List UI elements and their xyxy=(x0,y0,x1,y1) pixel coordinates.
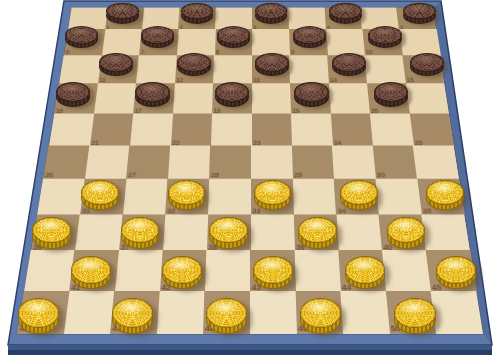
black-man-square-12[interactable]: ⛂ xyxy=(177,53,211,77)
white-man-face: ⛀ xyxy=(254,180,292,205)
black-man-square-20[interactable]: ⛂ xyxy=(374,82,409,107)
black-man-square-8[interactable]: ⛂ xyxy=(217,26,250,49)
white-man-face: ⛀ xyxy=(112,298,153,328)
white-man-square-43[interactable]: ⛀ xyxy=(253,256,293,290)
black-man-square-19[interactable]: ⛂ xyxy=(294,82,329,107)
black-man-square-1[interactable]: ⛂ xyxy=(106,3,139,25)
white-man-square-41[interactable]: ⛀ xyxy=(71,256,111,290)
white-man-square-38[interactable]: ⛀ xyxy=(209,217,248,249)
black-man-face: ⛂ xyxy=(65,26,98,44)
white-man-square-48[interactable]: ⛀ xyxy=(206,298,247,334)
white-man-face: ⛀ xyxy=(168,180,206,205)
white-man-face: ⛀ xyxy=(436,256,476,284)
black-man-square-9[interactable]: ⛂ xyxy=(293,26,326,49)
black-man-face: ⛂ xyxy=(329,3,362,20)
white-man-square-34[interactable]: ⛀ xyxy=(340,180,378,210)
black-man-face: ⛂ xyxy=(293,26,326,44)
black-man-square-18[interactable]: ⛂ xyxy=(215,82,250,107)
black-man-square-3[interactable]: ⛂ xyxy=(255,3,288,25)
black-man-square-14[interactable]: ⛂ xyxy=(332,53,366,77)
black-man-square-10[interactable]: ⛂ xyxy=(368,26,401,49)
black-man-square-13[interactable]: ⛂ xyxy=(255,53,289,77)
white-man-face: ⛀ xyxy=(340,180,378,205)
pieces-layer: ⛂⛂⛂⛂⛂⛂⛂⛂⛂⛂⛂⛂⛂⛂⛂⛂⛂⛂⛂⛂⛀⛀⛀⛀⛀⛀⛀⛀⛀⛀⛀⛀⛀⛀⛀⛀⛀⛀⛀⛀ xyxy=(0,0,500,355)
white-man-square-45[interactable]: ⛀ xyxy=(436,256,476,290)
black-man-square-7[interactable]: ⛂ xyxy=(141,26,174,49)
white-man-square-44[interactable]: ⛀ xyxy=(345,256,385,290)
black-man-face: ⛂ xyxy=(217,26,250,44)
black-man-square-6[interactable]: ⛂ xyxy=(65,26,98,49)
white-man-square-42[interactable]: ⛀ xyxy=(162,256,202,290)
white-man-face: ⛀ xyxy=(253,256,293,284)
white-man-square-37[interactable]: ⛀ xyxy=(121,217,160,249)
draughts-board: 1234567891011121314151617181920212223242… xyxy=(0,0,500,355)
white-man-face: ⛀ xyxy=(426,180,464,205)
white-man-square-31[interactable]: ⛀ xyxy=(81,180,119,210)
white-man-face: ⛀ xyxy=(18,298,59,328)
black-man-face: ⛂ xyxy=(177,53,211,72)
white-man-square-36[interactable]: ⛀ xyxy=(32,217,71,249)
white-man-face: ⛀ xyxy=(81,180,119,205)
black-man-face: ⛂ xyxy=(410,53,444,72)
black-man-face: ⛂ xyxy=(368,26,401,44)
black-man-face: ⛂ xyxy=(332,53,366,72)
black-man-face: ⛂ xyxy=(141,26,174,44)
white-man-square-49[interactable]: ⛀ xyxy=(300,298,341,334)
black-man-square-2[interactable]: ⛂ xyxy=(181,3,214,25)
black-man-square-5[interactable]: ⛂ xyxy=(403,3,436,25)
white-man-square-40[interactable]: ⛀ xyxy=(387,217,426,249)
white-man-face: ⛀ xyxy=(394,298,435,328)
black-man-face: ⛂ xyxy=(403,3,436,20)
white-man-square-33[interactable]: ⛀ xyxy=(254,180,292,210)
black-man-face: ⛂ xyxy=(255,53,289,72)
black-man-square-11[interactable]: ⛂ xyxy=(99,53,133,77)
white-man-face: ⛀ xyxy=(206,298,247,328)
black-man-square-4[interactable]: ⛂ xyxy=(329,3,362,25)
black-man-face: ⛂ xyxy=(135,82,170,103)
white-man-square-46[interactable]: ⛀ xyxy=(18,298,59,334)
black-man-square-16[interactable]: ⛂ xyxy=(56,82,91,107)
white-man-face: ⛀ xyxy=(345,256,385,284)
black-man-face: ⛂ xyxy=(99,53,133,72)
black-man-square-15[interactable]: ⛂ xyxy=(410,53,444,77)
white-man-square-39[interactable]: ⛀ xyxy=(298,217,337,249)
black-man-face: ⛂ xyxy=(294,82,329,103)
white-man-face: ⛀ xyxy=(300,298,341,328)
white-man-face: ⛀ xyxy=(32,217,71,243)
black-man-square-17[interactable]: ⛂ xyxy=(135,82,170,107)
white-man-square-50[interactable]: ⛀ xyxy=(394,298,435,334)
white-man-face: ⛀ xyxy=(298,217,337,243)
white-man-face: ⛀ xyxy=(162,256,202,284)
white-man-square-32[interactable]: ⛀ xyxy=(168,180,206,210)
white-man-square-47[interactable]: ⛀ xyxy=(112,298,153,334)
white-man-face: ⛀ xyxy=(71,256,111,284)
white-man-square-35[interactable]: ⛀ xyxy=(426,180,464,210)
